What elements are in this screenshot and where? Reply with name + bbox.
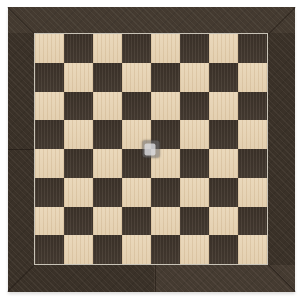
square-h3 <box>238 178 267 207</box>
square-f5 <box>180 120 209 149</box>
border-seam-bottom-center <box>155 265 156 292</box>
square-a6 <box>35 92 64 121</box>
square-a1 <box>35 235 64 264</box>
square-b7 <box>64 63 93 92</box>
square-c5 <box>93 120 122 149</box>
chessboard[interactable] <box>8 7 295 292</box>
square-e1 <box>151 235 180 264</box>
square-e6 <box>151 92 180 121</box>
square-f2 <box>180 207 209 236</box>
square-g5 <box>209 120 238 149</box>
square-h1 <box>238 235 267 264</box>
square-c8 <box>93 34 122 63</box>
square-h4 <box>238 149 267 178</box>
square-a3 <box>35 178 64 207</box>
square-f4 <box>180 149 209 178</box>
square-f3 <box>180 178 209 207</box>
square-d2 <box>122 207 151 236</box>
square-g2 <box>209 207 238 236</box>
square-h5 <box>238 120 267 149</box>
square-h8 <box>238 34 267 63</box>
square-f6 <box>180 92 209 121</box>
square-e7 <box>151 63 180 92</box>
square-f7 <box>180 63 209 92</box>
square-c6 <box>93 92 122 121</box>
square-g6 <box>209 92 238 121</box>
square-c4 <box>93 149 122 178</box>
square-b3 <box>64 178 93 207</box>
square-b2 <box>64 207 93 236</box>
square-d7 <box>122 63 151 92</box>
square-a5 <box>35 120 64 149</box>
square-f8 <box>180 34 209 63</box>
square-e8 <box>151 34 180 63</box>
square-a4 <box>35 149 64 178</box>
square-f1 <box>180 235 209 264</box>
square-b6 <box>64 92 93 121</box>
square-a2 <box>35 207 64 236</box>
miter-seam-bottom-left <box>7 264 35 292</box>
square-b8 <box>64 34 93 63</box>
zoom-watermark-inner <box>145 144 156 156</box>
square-b1 <box>64 235 93 264</box>
square-h6 <box>238 92 267 121</box>
field-frame <box>34 33 268 265</box>
square-g1 <box>209 235 238 264</box>
square-g8 <box>209 34 238 63</box>
zoom-watermark-icon[interactable] <box>143 141 160 158</box>
square-d3 <box>122 178 151 207</box>
border-seam-left-middle <box>8 149 34 150</box>
square-d6 <box>122 92 151 121</box>
square-a7 <box>35 63 64 92</box>
square-c2 <box>93 207 122 236</box>
square-h2 <box>238 207 267 236</box>
square-e3 <box>151 178 180 207</box>
square-h7 <box>238 63 267 92</box>
square-g3 <box>209 178 238 207</box>
square-g7 <box>209 63 238 92</box>
border-top-tint <box>8 7 295 33</box>
square-c3 <box>93 178 122 207</box>
square-c1 <box>93 235 122 264</box>
square-e2 <box>151 207 180 236</box>
square-d1 <box>122 235 151 264</box>
square-g4 <box>209 149 238 178</box>
square-b5 <box>64 120 93 149</box>
square-b4 <box>64 149 93 178</box>
square-c7 <box>93 63 122 92</box>
square-a8 <box>35 34 64 63</box>
square-d8 <box>122 34 151 63</box>
